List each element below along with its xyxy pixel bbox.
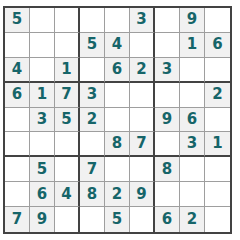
cell-r6c3[interactable] — [55, 132, 80, 157]
cell-r2c4: 5 — [80, 33, 105, 58]
cell-r9c1: 7 — [5, 207, 30, 232]
cell-r8c8[interactable] — [180, 182, 205, 207]
cell-r2c6[interactable] — [130, 33, 155, 58]
cell-r5c1[interactable] — [5, 108, 30, 133]
cell-r6c6: 7 — [130, 132, 155, 157]
cell-r1c5[interactable] — [105, 8, 130, 33]
cell-r9c3[interactable] — [55, 207, 80, 232]
board-wrapper: 539541641623617323529687315786482979562 — [0, 0, 240, 238]
cell-r9c9[interactable] — [205, 207, 230, 232]
cell-r1c6: 3 — [130, 8, 155, 33]
cell-r4c3: 7 — [55, 83, 80, 108]
cell-r1c4[interactable] — [80, 8, 105, 33]
cell-r8c2: 6 — [30, 182, 55, 207]
cell-r3c8[interactable] — [180, 58, 205, 83]
cell-r1c3[interactable] — [55, 8, 80, 33]
cell-r3c6: 2 — [130, 58, 155, 83]
cell-r2c3[interactable] — [55, 33, 80, 58]
cell-r1c8: 9 — [180, 8, 205, 33]
cell-r2c7[interactable] — [155, 33, 180, 58]
cell-r9c5: 5 — [105, 207, 130, 232]
cell-r6c7[interactable] — [155, 132, 180, 157]
cell-r6c9: 1 — [205, 132, 230, 157]
cell-r6c8: 3 — [180, 132, 205, 157]
cell-r6c4[interactable] — [80, 132, 105, 157]
cell-r1c1: 5 — [5, 8, 30, 33]
cell-r9c8: 2 — [180, 207, 205, 232]
cell-r6c2[interactable] — [30, 132, 55, 157]
cell-r2c5: 4 — [105, 33, 130, 58]
cell-r7c5[interactable] — [105, 157, 130, 182]
cell-r3c7: 3 — [155, 58, 180, 83]
cell-r8c1[interactable] — [5, 182, 30, 207]
cell-r5c6[interactable] — [130, 108, 155, 133]
cell-r9c2: 9 — [30, 207, 55, 232]
cell-r4c5[interactable] — [105, 83, 130, 108]
cell-r8c7[interactable] — [155, 182, 180, 207]
cell-r4c4: 3 — [80, 83, 105, 108]
cell-r5c8: 6 — [180, 108, 205, 133]
cell-r7c6[interactable] — [130, 157, 155, 182]
cell-r8c6: 9 — [130, 182, 155, 207]
cell-r3c9[interactable] — [205, 58, 230, 83]
cell-r5c4: 2 — [80, 108, 105, 133]
cell-r8c5: 2 — [105, 182, 130, 207]
cell-r5c2: 3 — [30, 108, 55, 133]
cell-r4c8[interactable] — [180, 83, 205, 108]
sudoku-board: 539541641623617323529687315786482979562 — [3, 6, 232, 234]
cell-r8c3: 4 — [55, 182, 80, 207]
cell-r8c9[interactable] — [205, 182, 230, 207]
cell-r7c2: 5 — [30, 157, 55, 182]
cell-r7c7: 8 — [155, 157, 180, 182]
cell-r4c7[interactable] — [155, 83, 180, 108]
cell-r2c8: 1 — [180, 33, 205, 58]
cell-r2c1[interactable] — [5, 33, 30, 58]
cell-r2c9: 6 — [205, 33, 230, 58]
cell-r5c7: 9 — [155, 108, 180, 133]
cell-r9c7: 6 — [155, 207, 180, 232]
cell-r3c2[interactable] — [30, 58, 55, 83]
cell-r4c2: 1 — [30, 83, 55, 108]
cell-r7c9[interactable] — [205, 157, 230, 182]
cell-r4c9: 2 — [205, 83, 230, 108]
cell-r1c2[interactable] — [30, 8, 55, 33]
cell-r8c4: 8 — [80, 182, 105, 207]
cell-r7c8[interactable] — [180, 157, 205, 182]
cell-r9c4[interactable] — [80, 207, 105, 232]
cell-r9c6[interactable] — [130, 207, 155, 232]
cell-r5c9[interactable] — [205, 108, 230, 133]
cell-r7c3[interactable] — [55, 157, 80, 182]
cell-r6c5: 8 — [105, 132, 130, 157]
cell-r3c1: 4 — [5, 58, 30, 83]
cell-r7c4: 7 — [80, 157, 105, 182]
cell-r1c9[interactable] — [205, 8, 230, 33]
cell-r3c4[interactable] — [80, 58, 105, 83]
cell-r4c6[interactable] — [130, 83, 155, 108]
cell-r2c2[interactable] — [30, 33, 55, 58]
cell-r4c1: 6 — [5, 83, 30, 108]
cell-r5c3: 5 — [55, 108, 80, 133]
cell-r6c1[interactable] — [5, 132, 30, 157]
cell-r3c3: 1 — [55, 58, 80, 83]
cell-r5c5[interactable] — [105, 108, 130, 133]
cell-r3c5: 6 — [105, 58, 130, 83]
cell-r7c1[interactable] — [5, 157, 30, 182]
cell-r1c7[interactable] — [155, 8, 180, 33]
